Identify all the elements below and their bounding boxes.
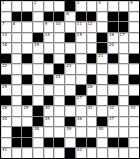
black-cell-r8c5 <box>44 75 54 85</box>
cell-r9c11[interactable] <box>108 85 118 95</box>
cell-r12c2[interactable] <box>12 117 22 127</box>
cell-r12c1[interactable]: 34 <box>1 117 11 127</box>
black-cell-r8c3 <box>22 75 32 85</box>
black-cell-r14c11 <box>108 138 118 148</box>
clue-number-1: 1 <box>2 1 5 5</box>
cell-r8c10[interactable] <box>97 75 107 85</box>
cell-r12c5[interactable]: 35 <box>44 117 54 127</box>
cell-r12c6[interactable] <box>54 117 64 127</box>
cell-r7c1[interactable]: 22 <box>1 64 11 74</box>
cell-r6c4[interactable] <box>33 54 43 64</box>
cell-r11c6[interactable] <box>54 106 64 116</box>
clue-number-14: 14 <box>45 33 50 37</box>
black-cell-r3c12 <box>119 22 129 32</box>
cell-r9c9[interactable]: 26 <box>87 85 97 95</box>
cell-r8c7[interactable] <box>65 75 75 85</box>
cell-r11c10[interactable] <box>97 106 107 116</box>
cell-r4c2[interactable] <box>12 33 22 43</box>
cell-r11c3[interactable]: 29 <box>22 106 32 116</box>
cell-r5c2[interactable] <box>12 43 22 53</box>
cell-r6c12[interactable] <box>119 54 129 64</box>
clue-number-5: 5 <box>130 1 133 5</box>
cell-r3c3[interactable] <box>22 22 32 32</box>
clue-number-15: 15 <box>77 33 82 37</box>
cell-r3c5[interactable]: 9 <box>44 22 54 32</box>
clue-number-12: 12 <box>88 22 93 26</box>
black-cell-r14c8 <box>76 138 86 148</box>
black-cell-r2c9 <box>87 12 97 22</box>
black-cell-r10c13 <box>129 96 139 106</box>
cell-r9c1[interactable]: 25 <box>1 85 11 95</box>
cell-r15c1[interactable]: 41 <box>1 148 11 158</box>
black-cell-r1c7 <box>65 1 75 11</box>
black-cell-r2c11 <box>108 12 118 22</box>
cell-r10c6[interactable] <box>54 96 64 106</box>
black-cell-r8c13 <box>129 75 139 85</box>
cell-r10c12[interactable] <box>119 96 129 106</box>
cell-r4c13[interactable] <box>129 33 139 43</box>
black-cell-r6c11 <box>108 54 118 64</box>
cell-r9c13[interactable] <box>129 85 139 95</box>
cell-r12c12[interactable] <box>119 117 129 127</box>
cell-r15c13[interactable] <box>129 148 139 158</box>
cell-r11c7[interactable] <box>65 106 75 116</box>
cell-r5c1[interactable]: 18 <box>1 43 11 53</box>
cell-r9c12[interactable] <box>119 85 129 95</box>
cell-r5c12[interactable] <box>119 43 129 53</box>
cell-r2c4[interactable] <box>33 12 43 22</box>
cell-r3c13[interactable] <box>129 22 139 32</box>
cell-r12c9[interactable] <box>87 117 97 127</box>
cell-r7c9[interactable] <box>87 64 97 74</box>
cell-r9c2[interactable] <box>12 85 22 95</box>
clue-number-19: 19 <box>34 43 39 47</box>
cell-r9c4[interactable] <box>33 85 43 95</box>
cell-r12c13[interactable] <box>129 117 139 127</box>
cell-r7c5[interactable] <box>44 64 54 74</box>
black-cell-r6c7 <box>65 54 75 64</box>
cell-r5c7[interactable] <box>65 43 75 53</box>
cell-r7c3[interactable] <box>22 64 32 74</box>
black-cell-r2c8 <box>76 12 86 22</box>
cell-r2c10[interactable] <box>97 12 107 22</box>
cell-r15c2[interactable] <box>12 148 22 158</box>
cell-r5c5[interactable] <box>44 43 54 53</box>
clue-number-6: 6 <box>66 12 69 16</box>
black-cell-r2c12 <box>119 12 129 22</box>
clue-number-30: 30 <box>45 106 50 110</box>
cell-r15c4[interactable] <box>33 148 43 158</box>
clue-number-32: 32 <box>109 106 114 110</box>
cell-r15c12[interactable] <box>119 148 129 158</box>
clue-number-16: 16 <box>109 33 114 37</box>
black-cell-r13c2 <box>12 127 22 137</box>
cell-r5c8[interactable] <box>76 43 86 53</box>
cell-r6c6[interactable] <box>54 54 64 64</box>
cell-r9c10[interactable] <box>97 85 107 95</box>
cell-r15c3[interactable] <box>22 148 32 158</box>
cell-r10c4[interactable] <box>33 96 43 106</box>
cell-r13c7[interactable]: 39 <box>65 127 75 137</box>
cell-r5c4[interactable]: 19 <box>33 43 43 53</box>
cell-r13c9[interactable] <box>87 127 97 137</box>
cell-r3c10[interactable] <box>97 22 107 32</box>
cell-r7c13[interactable] <box>129 64 139 74</box>
cell-r14c7[interactable] <box>65 138 75 148</box>
cell-r4c12[interactable]: 17 <box>119 33 129 43</box>
black-cell-r13c3 <box>22 127 32 137</box>
cell-r10c10[interactable] <box>97 96 107 106</box>
clue-number-27: 27 <box>77 96 82 100</box>
cell-r12c11[interactable]: 37 <box>108 117 118 127</box>
black-cell-r9c8 <box>76 85 86 95</box>
black-cell-r14c2 <box>12 138 22 148</box>
cell-r8c4[interactable] <box>33 75 43 85</box>
cell-r1c1[interactable]: 1 <box>1 1 11 11</box>
cell-r1c10[interactable]: 4 <box>97 1 107 11</box>
black-cell-r14c5 <box>44 138 54 148</box>
cell-r8c8[interactable] <box>76 75 86 85</box>
clue-number-11: 11 <box>77 22 82 26</box>
cell-r5c6[interactable] <box>54 43 64 53</box>
clue-number-38: 38 <box>34 127 39 131</box>
clue-number-21: 21 <box>98 54 103 58</box>
black-cell-r6c13 <box>129 54 139 64</box>
cell-r10c2[interactable] <box>12 96 22 106</box>
cell-r15c11[interactable] <box>108 148 118 158</box>
black-cell-r12c4 <box>33 117 43 127</box>
cell-r4c9[interactable] <box>87 33 97 43</box>
black-cell-r10c11 <box>108 96 118 106</box>
cell-r9c5[interactable] <box>44 85 54 95</box>
cell-r13c11[interactable] <box>108 127 118 137</box>
clue-number-33: 33 <box>130 106 135 110</box>
cell-r5c11[interactable]: 20 <box>108 43 118 53</box>
black-cell-r7c6 <box>54 64 64 74</box>
clue-number-23: 23 <box>66 64 71 68</box>
clue-number-10: 10 <box>55 22 60 26</box>
cell-r3c2[interactable]: 8 <box>12 22 22 32</box>
cell-r12c3[interactable] <box>22 117 32 127</box>
cell-r4c6[interactable] <box>54 33 64 43</box>
cell-r7c11[interactable] <box>108 64 118 74</box>
black-cell-r2c2 <box>12 12 22 22</box>
black-cell-r6c1 <box>1 54 11 64</box>
cell-r7c2[interactable] <box>12 64 22 74</box>
cell-r7c8[interactable] <box>76 64 86 74</box>
cell-r1c13[interactable]: 5 <box>129 1 139 11</box>
cell-r11c5[interactable]: 30 <box>44 106 54 116</box>
clue-number-36: 36 <box>77 117 82 121</box>
cell-r13c6[interactable] <box>54 127 64 137</box>
cell-r13c8[interactable] <box>76 127 86 137</box>
cell-r5c3[interactable] <box>22 43 32 53</box>
cell-r9c3[interactable] <box>22 85 32 95</box>
black-cell-r12c10 <box>97 117 107 127</box>
cell-r3c8[interactable]: 11 <box>76 22 86 32</box>
black-cell-r6c9 <box>87 54 97 64</box>
black-cell-r8c1 <box>1 75 11 85</box>
cell-r3c1[interactable]: 7 <box>1 22 11 32</box>
clue-number-9: 9 <box>45 22 48 26</box>
cell-r7c7[interactable]: 23 <box>65 64 75 74</box>
clue-number-17: 17 <box>120 33 125 37</box>
cell-r3c6[interactable]: 10 <box>54 22 64 32</box>
black-cell-r4c4 <box>33 33 43 43</box>
clue-number-40: 40 <box>98 127 103 131</box>
clue-number-3: 3 <box>77 1 80 5</box>
cell-r3c4[interactable] <box>33 22 43 32</box>
cell-r4c3[interactable] <box>22 33 32 43</box>
black-cell-r10c1 <box>1 96 11 106</box>
black-cell-r14c3 <box>22 138 32 148</box>
cell-r11c2[interactable] <box>12 106 22 116</box>
clue-number-22: 22 <box>2 64 7 68</box>
cell-r11c9[interactable]: 31 <box>87 106 97 116</box>
clue-number-42: 42 <box>77 148 82 152</box>
clue-number-13: 13 <box>2 33 7 37</box>
black-cell-r6c3 <box>22 54 32 64</box>
cell-r12c8[interactable]: 36 <box>76 117 86 127</box>
cell-r15c6[interactable] <box>54 148 64 158</box>
black-cell-r10c9 <box>87 96 97 106</box>
clue-number-2: 2 <box>34 1 37 5</box>
cell-r5c13[interactable] <box>129 43 139 53</box>
cell-r13c4[interactable]: 38 <box>33 127 43 137</box>
black-cell-r15c7 <box>65 148 75 158</box>
cell-r10c8[interactable]: 27 <box>76 96 86 106</box>
cell-r4c1[interactable]: 13 <box>1 33 11 43</box>
cell-r15c9[interactable] <box>87 148 97 158</box>
cell-r2c13[interactable] <box>129 12 139 22</box>
black-cell-r2c3 <box>22 12 32 22</box>
clue-number-34: 34 <box>2 117 7 121</box>
cell-r8c2[interactable] <box>12 75 22 85</box>
cell-r1c3[interactable] <box>22 1 32 11</box>
cell-r7c10[interactable] <box>97 64 107 74</box>
cell-r2c7[interactable]: 6 <box>65 12 75 22</box>
black-cell-r11c4 <box>33 106 43 116</box>
cell-r6c8[interactable] <box>76 54 86 64</box>
black-cell-r2c5 <box>44 12 54 22</box>
cell-r3c9[interactable]: 12 <box>87 22 97 32</box>
cell-r9c7[interactable] <box>65 85 75 95</box>
black-cell-r8c11 <box>108 75 118 85</box>
black-cell-r10c3 <box>22 96 32 106</box>
clue-number-31: 31 <box>88 106 93 110</box>
cell-r9c6[interactable] <box>54 85 64 95</box>
clue-number-37: 37 <box>109 117 114 121</box>
cell-r4c8[interactable]: 15 <box>76 33 86 43</box>
cell-r11c1[interactable]: 28 <box>1 106 11 116</box>
cell-r1c6[interactable] <box>54 1 64 11</box>
cell-r11c12[interactable] <box>119 106 129 116</box>
cell-r1c8[interactable]: 3 <box>76 1 86 11</box>
cell-r13c12[interactable] <box>119 127 129 137</box>
cell-r6c10[interactable]: 21 <box>97 54 107 64</box>
cell-r13c13[interactable] <box>129 127 139 137</box>
black-cell-r14c12 <box>119 138 129 148</box>
cell-r6c2[interactable] <box>12 54 22 64</box>
clue-number-8: 8 <box>13 22 16 26</box>
clue-number-18: 18 <box>2 43 7 47</box>
black-cell-r10c5 <box>44 96 54 106</box>
clue-number-41: 41 <box>2 148 7 152</box>
black-cell-r10c7 <box>65 96 75 106</box>
black-cell-r4c10 <box>97 33 107 43</box>
cell-r11c8[interactable] <box>76 106 86 116</box>
cell-r2c1[interactable] <box>1 12 11 22</box>
clue-number-35: 35 <box>45 117 50 121</box>
black-cell-r3c11 <box>108 22 118 32</box>
cell-r14c10[interactable] <box>97 138 107 148</box>
clue-number-4: 4 <box>98 1 101 5</box>
black-cell-r14c6 <box>54 138 64 148</box>
crossword-grid: 1234567891011121314151617181920212223242… <box>0 0 140 159</box>
cell-r4c5[interactable]: 14 <box>44 33 54 43</box>
cell-r8c6[interactable]: 24 <box>54 75 64 85</box>
cell-r11c13[interactable]: 33 <box>129 106 139 116</box>
black-cell-r14c9 <box>87 138 97 148</box>
clue-number-29: 29 <box>23 106 28 110</box>
cell-r7c4[interactable] <box>33 64 43 74</box>
cell-r4c11[interactable]: 16 <box>108 33 118 43</box>
black-cell-r2c6 <box>54 12 64 22</box>
cell-r14c1[interactable] <box>1 138 11 148</box>
black-cell-r5c10 <box>97 43 107 53</box>
cell-r1c4[interactable]: 2 <box>33 1 43 11</box>
cell-r11c11[interactable]: 32 <box>108 106 118 116</box>
black-cell-r4c7 <box>65 33 75 43</box>
cell-r1c12[interactable] <box>119 1 129 11</box>
cell-r15c5[interactable] <box>44 148 54 158</box>
cell-r14c13[interactable] <box>129 138 139 148</box>
clue-number-25: 25 <box>2 85 7 89</box>
black-cell-r6c5 <box>44 54 54 64</box>
cell-r15c10[interactable] <box>97 148 107 158</box>
cell-r1c5[interactable] <box>44 1 54 11</box>
clue-number-39: 39 <box>66 127 71 131</box>
clue-number-20: 20 <box>109 43 114 47</box>
cell-r14c4[interactable] <box>33 138 43 148</box>
cell-r5c9[interactable] <box>87 43 97 53</box>
cell-r8c12[interactable] <box>119 75 129 85</box>
cell-r1c9[interactable] <box>87 1 97 11</box>
clue-number-26: 26 <box>88 85 93 89</box>
cell-r3c7[interactable] <box>65 22 75 32</box>
black-cell-r8c9 <box>87 75 97 85</box>
cell-r1c2[interactable] <box>12 1 22 11</box>
cell-r1c11[interactable] <box>108 1 118 11</box>
cell-r13c5[interactable] <box>44 127 54 137</box>
crossword-page: 1234567891011121314151617181920212223242… <box>0 0 140 159</box>
clue-number-7: 7 <box>2 22 5 26</box>
black-cell-r12c7 <box>65 117 75 127</box>
cell-r7c12[interactable] <box>119 64 129 74</box>
cell-r13c10[interactable]: 40 <box>97 127 107 137</box>
clue-number-24: 24 <box>55 75 60 79</box>
clue-number-28: 28 <box>2 106 7 110</box>
cell-r13c1[interactable] <box>1 127 11 137</box>
cell-r15c8[interactable]: 42 <box>76 148 86 158</box>
